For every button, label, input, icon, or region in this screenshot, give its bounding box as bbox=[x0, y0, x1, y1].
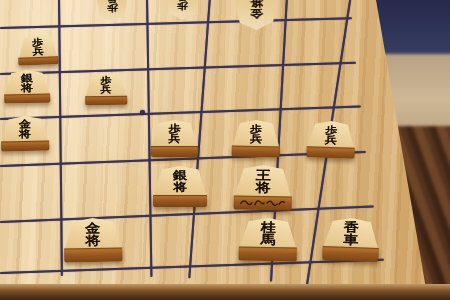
piece-face: 王 将 bbox=[234, 164, 293, 197]
piece-wood-base bbox=[64, 247, 122, 262]
board-front-edge bbox=[0, 284, 450, 300]
piece-sente-pawn-1g[interactable]: 歩 兵 bbox=[306, 120, 355, 159]
piece-face: 歩 兵 bbox=[151, 120, 198, 147]
piece-kanji-label: 桂 馬 bbox=[260, 221, 275, 246]
piece-kanji-label: 歩 兵 bbox=[177, 0, 188, 10]
shogi-photo-scene: 歩 兵歩 兵金 将歩 兵銀 将歩 兵金 将歩 兵歩 兵歩 兵銀 将王 将 金 将… bbox=[0, 0, 450, 300]
piece-sente-pawn-5e[interactable]: 歩 兵 bbox=[17, 34, 58, 65]
piece-sente-silver-3h[interactable]: 銀 将 bbox=[153, 166, 207, 207]
piece-kanji-label: 歩 兵 bbox=[106, 0, 117, 12]
piece-kanji-label: 歩 兵 bbox=[32, 37, 44, 55]
piece-kanji-label: 王 将 bbox=[255, 169, 270, 194]
piece-wood-base bbox=[153, 195, 207, 207]
piece-wood-base bbox=[322, 246, 378, 262]
hoshi-star-point bbox=[140, 110, 145, 115]
piece-sente-pawn-4f[interactable]: 歩 兵 bbox=[85, 73, 128, 106]
piece-kanji-label: 歩 兵 bbox=[325, 124, 338, 144]
piece-kanji-label: 金 将 bbox=[249, 0, 263, 19]
piece-face: 金 将 bbox=[1, 116, 49, 143]
piece-face: 歩 兵 bbox=[232, 120, 280, 148]
piece-face: 歩 兵 bbox=[85, 73, 127, 98]
piece-face: 銀 将 bbox=[4, 70, 50, 96]
piece-sente-lance-1i[interactable]: 香 車 bbox=[322, 217, 379, 262]
piece-kanji-label: 金 将 bbox=[85, 221, 100, 246]
piece-gote-pawn-3d[interactable]: 歩 兵 bbox=[164, 0, 202, 20]
piece-sente-knight-2i[interactable]: 桂 馬 bbox=[239, 217, 298, 261]
piece-kanji-label: 銀 将 bbox=[21, 73, 33, 93]
piece-wood-base bbox=[4, 94, 50, 104]
piece-sente-pawn-2g[interactable]: 歩 兵 bbox=[232, 120, 281, 158]
piece-gote-pawn-4d[interactable]: 歩 兵 bbox=[94, 0, 131, 22]
piece-sente-silver-5f[interactable]: 銀 将 bbox=[4, 70, 51, 104]
maker-signature bbox=[238, 198, 287, 209]
piece-sente-gold-5g[interactable]: 金 将 bbox=[1, 116, 50, 152]
piece-face: 金 将 bbox=[64, 217, 123, 249]
piece-face: 歩 兵 bbox=[17, 34, 58, 58]
piece-kanji-label: 歩 兵 bbox=[100, 76, 111, 94]
piece-face: 歩 兵 bbox=[94, 0, 131, 22]
piece-face: 桂 馬 bbox=[239, 217, 298, 248]
piece-gote-gold-2d[interactable]: 金 将 bbox=[231, 0, 281, 31]
piece-wood-base bbox=[232, 146, 280, 158]
piece-kanji-label: 歩 兵 bbox=[169, 124, 181, 144]
piece-wood-base bbox=[151, 146, 198, 157]
piece-wood-base bbox=[234, 195, 292, 210]
piece-kanji-label: 歩 兵 bbox=[250, 124, 262, 144]
piece-kanji-label: 銀 将 bbox=[173, 170, 187, 193]
piece-kanji-label: 香 車 bbox=[343, 220, 359, 245]
piece-wood-base bbox=[18, 56, 58, 65]
piece-face: 金 将 bbox=[231, 0, 281, 31]
piece-face: 歩 兵 bbox=[307, 120, 356, 149]
piece-face: 銀 将 bbox=[153, 166, 207, 196]
piece-wood-base bbox=[306, 146, 354, 159]
piece-face: 香 車 bbox=[323, 217, 380, 249]
piece-face: 歩 兵 bbox=[164, 0, 202, 20]
piece-kanji-label: 金 将 bbox=[19, 119, 31, 139]
piece-sente-pawn-3g[interactable]: 歩 兵 bbox=[151, 120, 198, 157]
piece-wood-base bbox=[85, 96, 127, 106]
piece-wood-base bbox=[1, 141, 49, 152]
piece-wood-base bbox=[239, 246, 297, 261]
piece-sente-gold-4i[interactable]: 金 将 bbox=[64, 217, 123, 262]
piece-sente-king-2h[interactable]: 王 将 bbox=[234, 164, 293, 210]
